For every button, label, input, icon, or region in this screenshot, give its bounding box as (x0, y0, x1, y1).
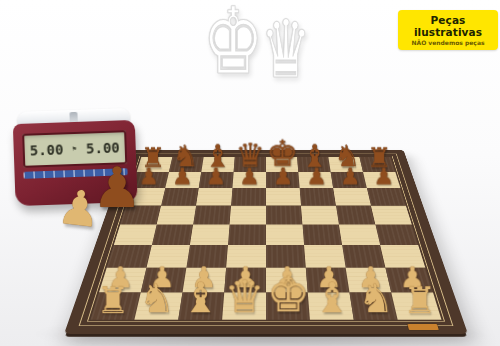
square-h5 (371, 206, 412, 225)
square-a4 (114, 225, 157, 246)
square-h1: ♜ (391, 292, 441, 319)
piece-white-bishop: ♝ (181, 277, 219, 319)
piece-black-pawn: ♟ (239, 165, 260, 188)
square-f6 (300, 188, 336, 205)
piece-black-pawn: ♟ (205, 165, 226, 188)
square-c7: ♟ (199, 172, 234, 188)
ceramic-queen-piece: ♛ (261, 10, 311, 90)
square-d5 (230, 206, 266, 225)
square-c1: ♝ (178, 292, 224, 319)
badge-title: Peças ilustrativas (400, 14, 496, 38)
piece-white-rook: ♜ (403, 282, 436, 319)
square-d4 (228, 225, 266, 246)
piece-white-bishop: ♝ (313, 277, 351, 319)
square-e4 (266, 225, 304, 246)
square-d7: ♟ (232, 172, 266, 188)
square-d1: ♛ (222, 292, 266, 319)
piece-white-knight: ♞ (358, 279, 394, 319)
ceramic-king-piece: ♚ (203, 0, 264, 88)
board-grid: ♜♞♝♛♚♝♞♜♟♟♟♟♟♟♟♟♟♟♟♟♟♟♟♟♜♞♝♛♚♝♞♜ (90, 157, 441, 320)
product-photo-scene: ♚ ♛ Peças ilustrativas NÃO vendemos peça… (0, 0, 500, 346)
square-f4 (302, 225, 342, 246)
piece-black-pawn: ♟ (340, 165, 361, 188)
piece-white-queen: ♛ (224, 274, 264, 319)
illustrative-pieces-badge: Peças ilustrativas NÃO vendemos peças (398, 10, 498, 50)
square-c4 (190, 225, 230, 246)
square-e7: ♟ (266, 172, 300, 188)
square-d6 (231, 188, 266, 205)
piece-white-rook: ♜ (96, 282, 129, 319)
square-e6 (266, 188, 301, 205)
brand-plaque (408, 324, 439, 330)
piece-black-pawn: ♟ (172, 165, 193, 188)
square-b5 (157, 206, 196, 225)
square-f7: ♟ (298, 172, 333, 188)
piece-black-pawn: ♟ (306, 165, 327, 188)
square-h4 (375, 225, 418, 246)
square-g5 (336, 206, 375, 225)
square-e5 (266, 206, 302, 225)
square-c6 (196, 188, 232, 205)
square-h7: ♟ (363, 172, 400, 188)
square-g6 (333, 188, 371, 205)
square-f1: ♝ (308, 292, 354, 319)
piece-white-knight: ♞ (139, 279, 175, 319)
square-b7: ♟ (165, 172, 201, 188)
left-time: 5.00 (29, 141, 63, 158)
square-h6 (367, 188, 406, 205)
square-g7: ♟ (331, 172, 367, 188)
square-a1: ♜ (90, 292, 140, 319)
piece-black-pawn: ♟ (272, 165, 293, 188)
square-b6 (161, 188, 199, 205)
square-e1: ♚ (266, 292, 310, 319)
square-g4 (339, 225, 380, 246)
badge-subtitle: NÃO vendemos peças (400, 39, 496, 46)
piece-black-pawn: ♟ (373, 165, 394, 188)
square-f5 (301, 206, 339, 225)
lcd-indicator-icon: ⚑ (72, 145, 77, 153)
square-b1: ♞ (134, 292, 182, 319)
piece-white-king: ♚ (266, 270, 310, 319)
square-c5 (193, 206, 231, 225)
square-g1: ♞ (350, 292, 398, 319)
square-b4 (152, 225, 193, 246)
loose-pawn-dark: ♟ (92, 160, 142, 216)
